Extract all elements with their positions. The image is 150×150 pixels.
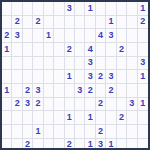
cell-r7c2[interactable] <box>12 84 22 98</box>
cell-r10c6[interactable] <box>54 125 64 139</box>
cell-r9c6[interactable] <box>54 111 64 125</box>
cell-r8c12[interactable] <box>117 98 127 112</box>
cell-r1c1[interactable] <box>2 2 12 16</box>
cell-r6c4[interactable] <box>33 70 43 84</box>
cell-r10c8[interactable] <box>75 125 85 139</box>
cell-r10c1[interactable] <box>2 125 12 139</box>
cell-r11c13[interactable] <box>127 139 137 150</box>
cell-r3c8[interactable] <box>75 29 85 43</box>
cell-r10c10[interactable]: 2 <box>96 125 106 139</box>
cell-r9c1[interactable] <box>2 111 12 125</box>
puzzle-grid: 3112212231431242331323112332223223111212… <box>2 2 148 150</box>
cell-r1c7[interactable]: 3 <box>65 2 75 16</box>
cell-r1c12[interactable] <box>117 2 127 16</box>
cell-r5c8[interactable] <box>75 57 85 71</box>
cell-r3c3[interactable] <box>23 29 33 43</box>
cell-r3c13[interactable] <box>127 29 137 43</box>
cell-r5c13[interactable] <box>127 57 137 71</box>
cell-r11c1[interactable] <box>2 139 12 150</box>
cell-r2c12[interactable] <box>117 16 127 30</box>
cell-r6c12[interactable] <box>117 70 127 84</box>
cell-r4c3[interactable] <box>23 43 33 57</box>
cell-r4c6[interactable] <box>54 43 64 57</box>
cell-r7c10[interactable] <box>96 84 106 98</box>
cell-r1c3[interactable] <box>23 2 33 16</box>
cell-r7c6[interactable] <box>54 84 64 98</box>
cell-r5c5[interactable] <box>44 57 54 71</box>
cell-r11c5[interactable] <box>44 139 54 150</box>
cell-r7c13[interactable] <box>127 84 137 98</box>
cell-r8c5[interactable] <box>44 98 54 112</box>
cell-r2c3[interactable] <box>23 16 33 30</box>
cell-r4c5[interactable] <box>44 43 54 57</box>
cell-r6c11[interactable]: 3 <box>106 70 116 84</box>
cell-r7c1[interactable]: 1 <box>2 84 12 98</box>
cell-r4c1[interactable]: 1 <box>2 43 12 57</box>
cell-r3c10[interactable]: 4 <box>96 29 106 43</box>
cell-r1c9[interactable]: 1 <box>85 2 95 16</box>
cell-r3c2[interactable]: 3 <box>12 29 22 43</box>
cell-r7c4[interactable]: 3 <box>33 84 43 98</box>
cell-r4c13[interactable] <box>127 43 137 57</box>
cell-r4c7[interactable]: 2 <box>65 43 75 57</box>
cell-r3c14[interactable] <box>138 29 148 43</box>
cell-r5c10[interactable] <box>96 57 106 71</box>
cell-r10c5[interactable] <box>44 125 54 139</box>
cell-r5c4[interactable] <box>33 57 43 71</box>
cell-r4c8[interactable] <box>75 43 85 57</box>
cell-r11c7[interactable]: 2 <box>65 139 75 150</box>
cell-r8c3[interactable]: 3 <box>23 98 33 112</box>
cell-r1c13[interactable] <box>127 2 137 16</box>
cell-r8c2[interactable]: 2 <box>12 98 22 112</box>
cell-r8c11[interactable] <box>106 98 116 112</box>
cell-r6c3[interactable] <box>23 70 33 84</box>
cell-r3c5[interactable]: 1 <box>44 29 54 43</box>
cell-r1c2[interactable] <box>12 2 22 16</box>
cell-r8c6[interactable] <box>54 98 64 112</box>
cell-r10c14[interactable] <box>138 125 148 139</box>
cell-r5c1[interactable] <box>2 57 12 71</box>
cell-r7c14[interactable] <box>138 84 148 98</box>
cell-r11c3[interactable]: 2 <box>23 139 33 150</box>
cell-r1c6[interactable] <box>54 2 64 16</box>
cell-r3c7[interactable] <box>65 29 75 43</box>
cell-r2c7[interactable] <box>65 16 75 30</box>
cell-r8c4[interactable]: 2 <box>33 98 43 112</box>
cell-r7c3[interactable]: 2 <box>23 84 33 98</box>
cell-r5c7[interactable] <box>65 57 75 71</box>
cell-r4c4[interactable] <box>33 43 43 57</box>
cell-r5c12[interactable] <box>117 57 127 71</box>
cell-r5c3[interactable] <box>23 57 33 71</box>
cell-r10c3[interactable] <box>23 125 33 139</box>
cell-r7c7[interactable] <box>65 84 75 98</box>
cell-r2c5[interactable] <box>44 16 54 30</box>
cell-r3c1[interactable]: 2 <box>2 29 12 43</box>
cell-r4c2[interactable] <box>12 43 22 57</box>
cell-r6c9[interactable]: 3 <box>85 70 95 84</box>
cell-r4c9[interactable]: 4 <box>85 43 95 57</box>
cell-r6c10[interactable]: 2 <box>96 70 106 84</box>
cell-r11c9[interactable]: 1 <box>85 139 95 150</box>
cell-r7c8[interactable]: 3 <box>75 84 85 98</box>
cell-r7c9[interactable]: 2 <box>85 84 95 98</box>
cell-r10c12[interactable] <box>117 125 127 139</box>
cell-r2c1[interactable] <box>2 16 12 30</box>
cell-r7c12[interactable] <box>117 84 127 98</box>
cell-r5c9[interactable]: 3 <box>85 57 95 71</box>
cell-r9c11[interactable] <box>106 111 116 125</box>
cell-r6c14[interactable]: 1 <box>138 70 148 84</box>
cell-r9c12[interactable]: 2 <box>117 111 127 125</box>
cell-r10c4[interactable]: 1 <box>33 125 43 139</box>
cell-r8c8[interactable] <box>75 98 85 112</box>
cell-r1c11[interactable] <box>106 2 116 16</box>
cell-r2c11[interactable]: 1 <box>106 16 116 30</box>
cell-r7c5[interactable] <box>44 84 54 98</box>
cell-r11c14[interactable] <box>138 139 148 150</box>
cell-r10c11[interactable] <box>106 125 116 139</box>
cell-r6c6[interactable] <box>54 70 64 84</box>
cell-r6c7[interactable]: 1 <box>65 70 75 84</box>
cell-r1c14[interactable]: 1 <box>138 2 148 16</box>
cell-r11c4[interactable] <box>33 139 43 150</box>
cell-r10c13[interactable] <box>127 125 137 139</box>
cell-r6c13[interactable] <box>127 70 137 84</box>
cell-r2c14[interactable]: 2 <box>138 16 148 30</box>
cell-r8c7[interactable] <box>65 98 75 112</box>
cell-r6c5[interactable] <box>44 70 54 84</box>
cell-r2c4[interactable]: 2 <box>33 16 43 30</box>
cell-r8c13[interactable]: 3 <box>127 98 137 112</box>
cell-r11c10[interactable]: 3 <box>96 139 106 150</box>
cell-r5c6[interactable] <box>54 57 64 71</box>
cell-r5c11[interactable] <box>106 57 116 71</box>
cell-r3c9[interactable] <box>85 29 95 43</box>
cell-r2c8[interactable] <box>75 16 85 30</box>
cell-r8c10[interactable]: 2 <box>96 98 106 112</box>
cell-r5c2[interactable] <box>12 57 22 71</box>
cell-r2c13[interactable] <box>127 16 137 30</box>
cell-r9c9[interactable]: 1 <box>85 111 95 125</box>
cell-r6c8[interactable] <box>75 70 85 84</box>
cell-r3c6[interactable] <box>54 29 64 43</box>
cell-r9c7[interactable]: 1 <box>65 111 75 125</box>
cell-r11c6[interactable] <box>54 139 64 150</box>
cell-r11c12[interactable] <box>117 139 127 150</box>
cell-r9c13[interactable] <box>127 111 137 125</box>
cell-r8c14[interactable]: 1 <box>138 98 148 112</box>
cell-r10c2[interactable] <box>12 125 22 139</box>
cell-r3c11[interactable]: 3 <box>106 29 116 43</box>
cell-r9c14[interactable] <box>138 111 148 125</box>
cell-r4c11[interactable] <box>106 43 116 57</box>
cell-r8c9[interactable] <box>85 98 95 112</box>
puzzle-board: 3112212231431242331323112332223223111212… <box>0 0 150 150</box>
cell-r9c5[interactable] <box>44 111 54 125</box>
cell-r11c8[interactable] <box>75 139 85 150</box>
cell-r1c8[interactable] <box>75 2 85 16</box>
cell-r4c12[interactable]: 2 <box>117 43 127 57</box>
cell-r6c2[interactable] <box>12 70 22 84</box>
cell-r10c7[interactable] <box>65 125 75 139</box>
cell-r1c10[interactable] <box>96 2 106 16</box>
cell-r3c12[interactable] <box>117 29 127 43</box>
cell-r6c1[interactable] <box>2 70 12 84</box>
cell-r9c3[interactable] <box>23 111 33 125</box>
cell-r9c10[interactable] <box>96 111 106 125</box>
cell-r11c11[interactable]: 1 <box>106 139 116 150</box>
cell-r7c11[interactable]: 2 <box>106 84 116 98</box>
cell-r1c5[interactable] <box>44 2 54 16</box>
cell-r3c4[interactable] <box>33 29 43 43</box>
cell-r2c9[interactable] <box>85 16 95 30</box>
cell-r10c9[interactable] <box>85 125 95 139</box>
cell-r5c14[interactable]: 3 <box>138 57 148 71</box>
cell-r9c8[interactable] <box>75 111 85 125</box>
cell-r9c2[interactable] <box>12 111 22 125</box>
cell-r11c2[interactable] <box>12 139 22 150</box>
cell-r1c4[interactable] <box>33 2 43 16</box>
cell-r2c10[interactable] <box>96 16 106 30</box>
screenshot: 3112212231431242331323112332223223111212… <box>0 0 150 150</box>
cell-r8c1[interactable] <box>2 98 12 112</box>
cell-r4c10[interactable] <box>96 43 106 57</box>
cell-r9c4[interactable] <box>33 111 43 125</box>
cell-r4c14[interactable] <box>138 43 148 57</box>
cell-r2c6[interactable] <box>54 16 64 30</box>
cell-r2c2[interactable]: 2 <box>12 16 22 30</box>
